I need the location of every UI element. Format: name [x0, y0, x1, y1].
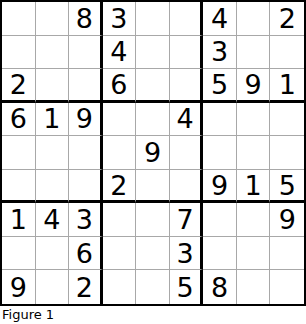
cell-r7c9: 9 — [270, 203, 304, 237]
cell-r1c9: 2 — [270, 2, 304, 36]
cell-r5c3 — [69, 136, 103, 170]
cell-r4c6: 4 — [170, 103, 204, 137]
cell-r5c4 — [103, 136, 137, 170]
cell-r7c8 — [237, 203, 271, 237]
cell-r9c6: 5 — [170, 270, 204, 304]
cell-r2c8 — [237, 36, 271, 70]
cell-r6c8: 1 — [237, 170, 271, 204]
cell-r9c3: 2 — [69, 270, 103, 304]
cell-r9c8 — [237, 270, 271, 304]
cell-r7c6: 7 — [170, 203, 204, 237]
cell-r5c9 — [270, 136, 304, 170]
cell-r8c1 — [2, 237, 36, 271]
cell-r8c3: 6 — [69, 237, 103, 271]
figure-caption: Figure 1 — [0, 306, 306, 324]
cell-r5c7 — [203, 136, 237, 170]
cell-r2c6 — [170, 36, 204, 70]
cell-r5c2 — [36, 136, 70, 170]
cell-r4c9 — [270, 103, 304, 137]
cell-r1c8 — [237, 2, 271, 36]
cell-r6c5 — [136, 170, 170, 204]
cell-r2c4: 4 — [103, 36, 137, 70]
cell-r8c5 — [136, 237, 170, 271]
cell-r2c9 — [270, 36, 304, 70]
cell-r9c7: 8 — [203, 270, 237, 304]
cell-r2c7: 3 — [203, 36, 237, 70]
cell-r8c4 — [103, 237, 137, 271]
cell-r7c2: 4 — [36, 203, 70, 237]
cell-r5c8 — [237, 136, 271, 170]
cell-r4c3: 9 — [69, 103, 103, 137]
cell-r8c2 — [36, 237, 70, 271]
cell-r6c4: 2 — [103, 170, 137, 204]
cell-r8c8 — [237, 237, 271, 271]
cell-r5c6 — [170, 136, 204, 170]
cell-r1c2 — [36, 2, 70, 36]
cell-r2c2 — [36, 36, 70, 70]
cell-r7c7 — [203, 203, 237, 237]
cell-r6c7: 9 — [203, 170, 237, 204]
cell-r1c1 — [2, 2, 36, 36]
cell-r3c8: 9 — [237, 69, 271, 103]
cell-r4c8 — [237, 103, 271, 137]
cell-r1c3: 8 — [69, 2, 103, 36]
cell-r1c6 — [170, 2, 204, 36]
cell-r8c9 — [270, 237, 304, 271]
cell-r6c9: 5 — [270, 170, 304, 204]
cell-r1c7: 4 — [203, 2, 237, 36]
cell-r7c5 — [136, 203, 170, 237]
cell-r7c1: 1 — [2, 203, 36, 237]
cell-r6c2 — [36, 170, 70, 204]
cell-r1c4: 3 — [103, 2, 137, 36]
cell-r8c7 — [203, 237, 237, 271]
cell-r3c5 — [136, 69, 170, 103]
sudoku-figure: 8342432659161949291514379639258 Figure 1 — [0, 0, 306, 324]
cell-r6c3 — [69, 170, 103, 204]
cell-r9c5 — [136, 270, 170, 304]
cell-r3c7: 5 — [203, 69, 237, 103]
cell-r3c2 — [36, 69, 70, 103]
cell-r3c9: 1 — [270, 69, 304, 103]
cell-r6c6 — [170, 170, 204, 204]
cell-r9c1: 9 — [2, 270, 36, 304]
sudoku-board: 8342432659161949291514379639258 — [0, 0, 306, 306]
cell-r7c3: 3 — [69, 203, 103, 237]
cell-r4c5 — [136, 103, 170, 137]
cell-r9c9 — [270, 270, 304, 304]
cell-r3c6 — [170, 69, 204, 103]
cell-r5c1 — [2, 136, 36, 170]
cell-r6c1 — [2, 170, 36, 204]
cell-r5c5: 9 — [136, 136, 170, 170]
cell-r4c4 — [103, 103, 137, 137]
cell-r4c7 — [203, 103, 237, 137]
cell-r1c5 — [136, 2, 170, 36]
cell-r8c6: 3 — [170, 237, 204, 271]
cell-r4c1: 6 — [2, 103, 36, 137]
cell-r2c1 — [2, 36, 36, 70]
cell-r2c3 — [69, 36, 103, 70]
cell-r4c2: 1 — [36, 103, 70, 137]
cell-r3c4: 6 — [103, 69, 137, 103]
cell-r3c3 — [69, 69, 103, 103]
cell-r3c1: 2 — [2, 69, 36, 103]
cell-r9c2 — [36, 270, 70, 304]
cell-r7c4 — [103, 203, 137, 237]
cell-r9c4 — [103, 270, 137, 304]
cell-r2c5 — [136, 36, 170, 70]
